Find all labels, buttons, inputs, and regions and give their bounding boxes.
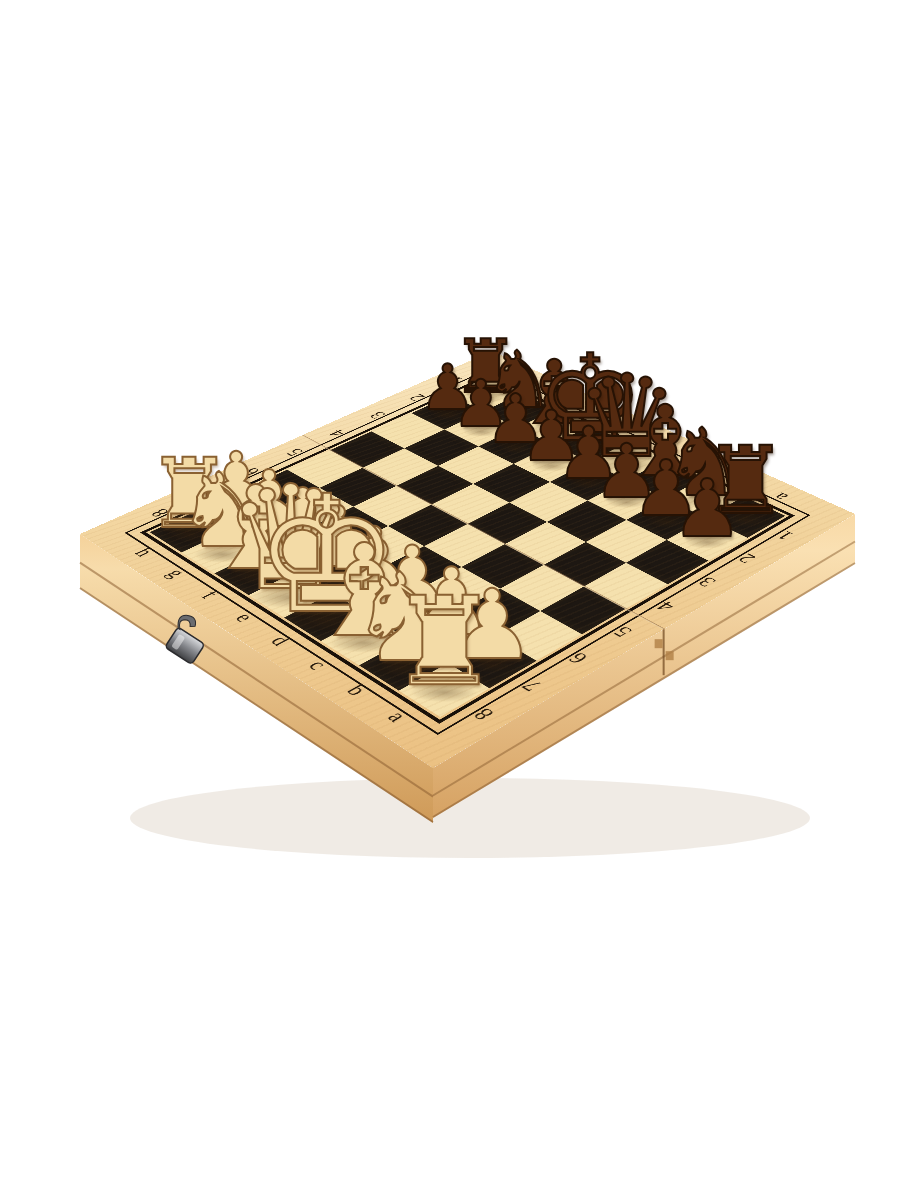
file-label-near-d: d bbox=[266, 633, 294, 649]
file-label-near-b: b bbox=[342, 682, 371, 699]
rank-label-left-2: 2 bbox=[406, 392, 429, 402]
rank-label-right-2: 2 bbox=[734, 551, 759, 565]
file-label-near-e: e bbox=[231, 610, 258, 625]
rank-label-right-5: 5 bbox=[609, 624, 636, 640]
rank-label-right-6: 6 bbox=[564, 650, 592, 666]
file-label-near-a: a bbox=[383, 708, 412, 725]
file-label-near-g: g bbox=[163, 566, 190, 580]
file-label-far-d: d bbox=[650, 437, 673, 448]
rank-label-right-7: 7 bbox=[518, 677, 547, 694]
file-label-far-c: c bbox=[689, 455, 711, 466]
rank-label-left-4: 4 bbox=[325, 428, 349, 439]
rank-label-right-3: 3 bbox=[694, 575, 720, 589]
rank-label-right-8: 8 bbox=[469, 705, 498, 723]
file-label-far-g: g bbox=[543, 389, 565, 399]
rank-label-right-1: 1 bbox=[773, 529, 798, 542]
rank-label-left-1: 1 bbox=[444, 375, 466, 385]
file-label-near-f: f bbox=[197, 588, 222, 601]
rank-label-left-7: 7 bbox=[194, 486, 219, 498]
rank-label-left-8: 8 bbox=[147, 506, 173, 519]
file-label-far-b: b bbox=[728, 472, 752, 484]
file-label-far-f: f bbox=[579, 405, 599, 415]
file-label-far-h: h bbox=[510, 373, 532, 383]
file-label-far-e: e bbox=[614, 421, 636, 432]
rank-label-left-6: 6 bbox=[239, 466, 264, 478]
rank-label-left-5: 5 bbox=[283, 447, 307, 459]
rank-label-left-3: 3 bbox=[366, 410, 389, 421]
file-label-near-c: c bbox=[304, 657, 332, 673]
file-label-far-a: a bbox=[769, 491, 792, 503]
rank-label-right-4: 4 bbox=[653, 599, 679, 614]
file-label-near-h: h bbox=[131, 545, 158, 559]
product-photo: hh11gg22ff33ee44dd55cc66bb77aa88 ♜♞♝♛♚♝♞… bbox=[0, 0, 900, 1200]
